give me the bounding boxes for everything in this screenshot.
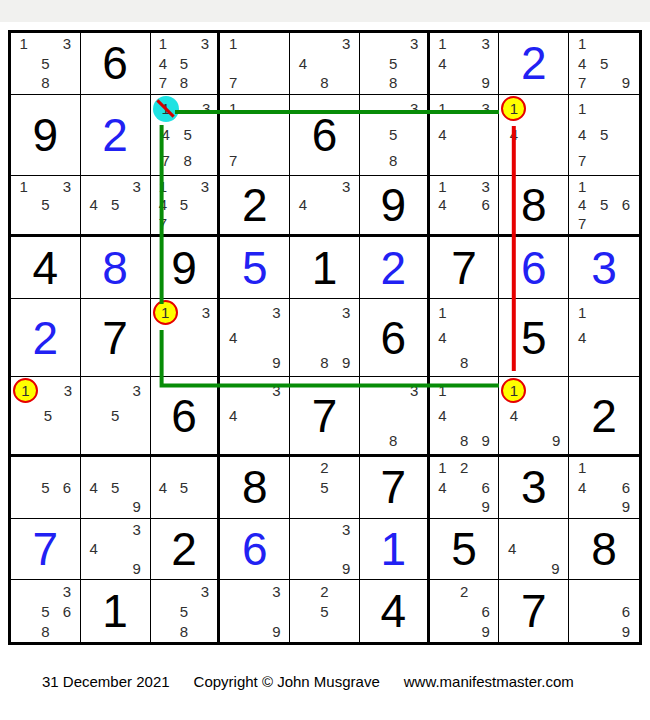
cell-r5c4[interactable]: 349 (220, 299, 290, 377)
cell-r7c8[interactable]: 3 (499, 457, 569, 519)
candidate-5: 5 (314, 478, 336, 498)
candidate-4: 4 (501, 122, 526, 148)
candidate-8: 8 (314, 73, 336, 93)
candidate-1: 1 (153, 34, 174, 54)
cell-r5c8[interactable]: 5 (499, 299, 569, 377)
candidate-9: 9 (546, 428, 566, 453)
candidate-5: 5 (104, 196, 126, 215)
candidate-grid: 34 (290, 176, 359, 235)
candidate-grid: 25 (290, 580, 359, 642)
candidate-grid: 1489 (430, 377, 499, 454)
candidate-1: 1 (432, 177, 454, 196)
given-digit: 9 (380, 182, 406, 228)
candidate-3: 3 (194, 581, 215, 601)
candidate-5: 5 (38, 403, 58, 428)
candidate-grid: 389 (290, 299, 359, 376)
cell-r6c6[interactable]: 38 (360, 377, 430, 457)
candidate-1: 1 (432, 34, 454, 54)
candidate-5: 5 (35, 196, 57, 215)
candidate-4: 4 (222, 403, 244, 428)
cell-r3c3[interactable]: 13457 (151, 176, 221, 238)
footer-date: 31 December 2021 (42, 673, 170, 690)
candidate-3: 3 (194, 34, 215, 54)
cell-r3c9[interactable]: 14567 (569, 176, 639, 238)
cell-r5c6[interactable]: 6 (360, 299, 430, 377)
candidate-9: 9 (335, 559, 357, 579)
candidate-7: 7 (153, 214, 174, 233)
candidate-1: 1 (153, 177, 174, 196)
cell-r1c8[interactable]: 2 (499, 33, 569, 95)
cell-r6c9[interactable]: 2 (569, 377, 639, 457)
cell-r4c4[interactable]: 5 (220, 237, 290, 299)
cell-r5c7[interactable]: 148 (430, 299, 500, 377)
candidate-6: 6 (475, 601, 497, 621)
cell-r7c5[interactable]: 25 (290, 457, 360, 519)
given-digit: 2 (242, 182, 268, 228)
candidate-1: 1 (571, 300, 593, 325)
candidate-7: 7 (571, 73, 593, 93)
candidate-grid: 56 (11, 457, 80, 518)
given-digit: 7 (312, 393, 338, 439)
candidate-grid: 1358 (11, 33, 80, 94)
candidate-grid: 35 (81, 377, 150, 454)
cell-r7c7[interactable]: 12469 (430, 457, 500, 519)
given-digit: 8 (242, 464, 268, 510)
candidate-9: 9 (615, 621, 637, 641)
candidate-4: 4 (153, 196, 174, 215)
candidate-grid: 13 (151, 299, 218, 376)
candidate-grid: 134 (430, 95, 499, 175)
candidate-grid: 358 (151, 580, 218, 642)
candidate-grid: 39 (220, 580, 289, 642)
candidate-3: 3 (266, 300, 288, 325)
solved-digit: 3 (591, 245, 617, 291)
candidate-8: 8 (35, 73, 57, 93)
candidate-4: 4 (571, 325, 593, 350)
candidate-grid: 3568 (11, 580, 80, 642)
cell-r4c7[interactable]: 7 (430, 237, 500, 299)
given-digit: 9 (171, 245, 197, 291)
candidate-6: 6 (615, 478, 637, 498)
cell-r9c7[interactable]: 269 (430, 580, 500, 642)
candidate-4: 4 (222, 325, 244, 350)
candidate-4: 4 (83, 478, 105, 498)
cell-r7c4[interactable]: 8 (220, 457, 290, 519)
candidate-3: 3 (335, 177, 357, 196)
solved-digit: 1 (380, 526, 406, 572)
candidate-8: 8 (314, 350, 336, 375)
given-digit: 7 (451, 245, 477, 291)
candidate-4: 4 (432, 403, 454, 428)
given-digit: 2 (171, 526, 197, 572)
candidate-4: 4 (153, 54, 174, 74)
candidate-1: 1 (13, 34, 35, 54)
candidate-8: 8 (173, 621, 194, 641)
cell-r5c9[interactable]: 14 (569, 299, 639, 377)
candidate-8: 8 (179, 148, 197, 174)
given-digit: 1 (102, 588, 128, 634)
candidate-grid: 1457 (569, 95, 639, 175)
candidate-3: 3 (475, 177, 497, 196)
candidate-4: 4 (432, 478, 454, 498)
solved-digit: 7 (33, 526, 59, 572)
candidate-1: 1 (571, 96, 593, 122)
candidate-9: 9 (475, 428, 497, 453)
chain-node-candidate-1: 1 (501, 378, 526, 403)
solved-digit: 2 (102, 112, 128, 158)
cell-r1c5[interactable]: 348 (290, 33, 360, 95)
candidate-3: 3 (404, 378, 425, 403)
cell-r9c5[interactable]: 25 (290, 580, 360, 642)
candidate-8: 8 (453, 428, 475, 453)
candidate-1: 1 (571, 34, 593, 54)
cell-r1c9[interactable]: 14579 (569, 33, 639, 95)
candidate-5: 5 (173, 54, 194, 74)
footer-copyright: Copyright © John Musgrave (194, 673, 380, 690)
cell-r3c8[interactable]: 8 (499, 176, 569, 238)
candidate-6: 6 (56, 478, 78, 498)
candidate-grid: 25 (290, 457, 359, 518)
candidate-9: 9 (475, 73, 497, 93)
cell-r2c1[interactable]: 9 (11, 95, 81, 176)
candidate-grid: 345 (81, 176, 150, 235)
candidate-grid: 269 (430, 580, 499, 642)
candidate-grid: 13457 (151, 176, 218, 235)
candidate-9: 9 (335, 350, 357, 375)
cell-r2c9[interactable]: 1457 (569, 95, 639, 176)
given-digit: 5 (451, 526, 477, 572)
solved-digit: 2 (521, 40, 547, 86)
cell-r8c1[interactable]: 7 (11, 519, 81, 581)
cell-r6c4[interactable]: 34 (220, 377, 290, 457)
cell-r1c3[interactable]: 134578 (151, 33, 221, 95)
candidate-3: 3 (56, 177, 78, 196)
cell-r8c6[interactable]: 1 (360, 519, 430, 581)
candidate-grid: 17 (220, 33, 289, 94)
candidate-4: 4 (153, 478, 174, 498)
candidate-grid: 358 (360, 95, 427, 175)
cell-r4c8[interactable]: 6 (499, 237, 569, 299)
candidate-grid: 134578 (151, 33, 218, 94)
cell-r2c7[interactable]: 134 (430, 95, 500, 176)
candidate-4: 4 (501, 539, 523, 559)
given-digit: 6 (380, 315, 406, 361)
cell-r7c1[interactable]: 56 (11, 457, 81, 519)
candidate-5: 5 (104, 478, 126, 498)
cell-r7c3[interactable]: 45 (151, 457, 221, 519)
cell-r1c6[interactable]: 358 (360, 33, 430, 95)
cell-r3c7[interactable]: 1346 (430, 176, 500, 238)
candidate-2: 2 (453, 581, 475, 601)
candidate-3: 3 (126, 177, 148, 196)
candidate-grid: 1346 (430, 176, 499, 235)
candidate-5: 5 (383, 54, 404, 74)
candidate-5: 5 (593, 54, 615, 74)
candidate-3: 3 (335, 300, 357, 325)
cell-r4c3[interactable]: 9 (151, 237, 221, 299)
cell-r3c2[interactable]: 345 (81, 176, 151, 238)
candidate-grid: 134578 (151, 95, 218, 175)
candidate-4: 4 (292, 196, 314, 215)
candidate-4: 4 (432, 325, 454, 350)
candidate-4: 4 (501, 403, 526, 428)
candidate-9: 9 (475, 621, 497, 641)
cell-r9c4[interactable]: 39 (220, 580, 290, 642)
sudoku-board: 1358613457817348358134921457992134578176… (8, 30, 642, 645)
given-digit: 1 (312, 245, 338, 291)
candidate-grid: 38 (360, 377, 427, 454)
cell-r8c5[interactable]: 39 (290, 519, 360, 581)
candidate-9: 9 (545, 559, 567, 579)
cell-r8c4[interactable]: 6 (220, 519, 290, 581)
cell-r8c2[interactable]: 349 (81, 519, 151, 581)
cell-r3c6[interactable]: 9 (360, 176, 430, 238)
chain-node-candidate-1: 1 (153, 300, 178, 325)
candidate-grid: 14579 (569, 33, 639, 94)
candidate-8: 8 (173, 73, 194, 93)
cell-r8c8[interactable]: 49 (499, 519, 569, 581)
candidate-3: 3 (58, 378, 78, 403)
cell-r2c6[interactable]: 358 (360, 95, 430, 176)
given-digit: 7 (380, 464, 406, 510)
cell-r3c5[interactable]: 34 (290, 176, 360, 238)
candidate-9: 9 (615, 73, 637, 93)
cell-r8c9[interactable]: 8 (569, 519, 639, 581)
candidate-1: 1 (222, 34, 244, 54)
candidate-7: 7 (222, 148, 244, 174)
candidate-grid: 12469 (430, 457, 499, 518)
candidate-9: 9 (266, 621, 288, 641)
candidate-grid: 149 (499, 377, 568, 454)
solved-digit: 6 (521, 245, 547, 291)
chain-node-candidate-1: 1 (13, 378, 38, 403)
cell-r1c2[interactable]: 6 (81, 33, 151, 95)
solved-digit: 2 (380, 245, 406, 291)
candidate-5: 5 (179, 122, 197, 148)
candidate-8: 8 (383, 73, 404, 93)
cell-r3c1[interactable]: 135 (11, 176, 81, 238)
candidate-3: 3 (475, 96, 497, 122)
candidate-1: 1 (432, 378, 454, 403)
candidate-3: 3 (475, 34, 497, 54)
candidate-grid: 148 (430, 299, 499, 376)
given-digit: 4 (380, 588, 406, 634)
candidate-1: 1 (571, 458, 593, 478)
given-digit: 4 (33, 245, 59, 291)
cell-r7c6[interactable]: 7 (360, 457, 430, 519)
candidate-5: 5 (383, 122, 404, 148)
cell-r4c6[interactable]: 2 (360, 237, 430, 299)
candidate-7: 7 (222, 73, 244, 93)
candidate-3: 3 (266, 581, 288, 601)
given-digit: 7 (102, 315, 128, 361)
solved-digit: 8 (102, 245, 128, 291)
cell-r6c5[interactable]: 7 (290, 377, 360, 457)
candidate-3: 3 (404, 96, 425, 122)
given-digit: 5 (521, 315, 547, 361)
candidate-6: 6 (615, 196, 637, 215)
candidate-5: 5 (314, 601, 336, 621)
cell-r4c2[interactable]: 8 (81, 237, 151, 299)
candidate-1: 1 (432, 96, 454, 122)
chain-node-candidate-1: 1 (501, 96, 526, 121)
candidate-5: 5 (35, 478, 57, 498)
candidate-8: 8 (383, 148, 404, 174)
candidate-1: 1 (571, 177, 593, 196)
cell-r9c2[interactable]: 1 (81, 580, 151, 642)
candidate-8: 8 (383, 428, 404, 453)
given-digit: 9 (33, 112, 59, 158)
candidate-grid: 69 (569, 580, 639, 642)
candidate-7: 7 (153, 73, 174, 93)
candidate-grid: 14 (569, 299, 639, 376)
cell-r7c2[interactable]: 459 (81, 457, 151, 519)
candidate-4: 4 (571, 196, 593, 215)
candidate-grid: 349 (81, 519, 150, 580)
candidate-grid: 17 (220, 95, 289, 175)
cell-r9c3[interactable]: 358 (151, 580, 221, 642)
solved-digit: 6 (242, 526, 268, 572)
cell-r6c1[interactable]: 135 (11, 377, 81, 457)
candidate-grid: 14567 (569, 176, 639, 235)
candidate-4: 4 (571, 122, 593, 148)
cell-r5c3[interactable]: 13 (151, 299, 221, 377)
candidate-grid: 49 (499, 519, 568, 580)
cell-r2c2[interactable]: 2 (81, 95, 151, 176)
cell-r8c7[interactable]: 5 (430, 519, 500, 581)
cell-r5c2[interactable]: 7 (81, 299, 151, 377)
candidate-3: 3 (266, 378, 288, 403)
candidate-5: 5 (173, 196, 194, 215)
candidate-grid: 14 (499, 95, 568, 175)
candidate-4: 4 (83, 196, 105, 215)
cell-r2c8[interactable]: 14 (499, 95, 569, 176)
candidate-6: 6 (615, 601, 637, 621)
given-digit: 2 (591, 393, 617, 439)
candidate-4: 4 (83, 539, 105, 559)
cell-r4c9[interactable]: 3 (569, 237, 639, 299)
candidate-3: 3 (194, 177, 215, 196)
candidate-3: 3 (197, 96, 215, 122)
cell-r6c2[interactable]: 35 (81, 377, 151, 457)
given-digit: 6 (312, 112, 338, 158)
candidate-5: 5 (35, 601, 57, 621)
candidate-4: 4 (432, 196, 454, 215)
candidate-5: 5 (104, 403, 126, 428)
candidate-grid: 135 (11, 377, 80, 454)
cell-r5c1[interactable]: 2 (11, 299, 81, 377)
window-top-bar (0, 0, 650, 22)
cell-r2c3[interactable]: 134578 (151, 95, 221, 176)
candidate-9: 9 (475, 497, 497, 517)
candidate-2: 2 (314, 458, 336, 478)
candidate-3: 3 (56, 581, 78, 601)
candidate-5: 5 (35, 54, 57, 74)
candidate-1: 1 (432, 300, 454, 325)
candidate-4: 4 (432, 122, 454, 148)
candidate-5: 5 (593, 196, 615, 215)
candidate-grid: 39 (290, 519, 359, 580)
candidate-grid: 459 (81, 457, 150, 518)
cell-r1c1[interactable]: 1358 (11, 33, 81, 95)
candidate-3: 3 (196, 300, 215, 325)
candidate-9: 9 (126, 559, 148, 579)
solved-digit: 5 (242, 245, 268, 291)
candidate-3: 3 (335, 520, 357, 540)
given-digit: 6 (102, 40, 128, 86)
candidate-1: 1 (222, 96, 244, 122)
candidate-4: 4 (153, 122, 179, 148)
footer: 31 December 2021 Copyright © John Musgra… (42, 671, 574, 691)
candidate-7: 7 (153, 148, 179, 174)
cell-r9c6[interactable]: 4 (360, 580, 430, 642)
candidate-3: 3 (126, 378, 148, 403)
cell-r1c7[interactable]: 1349 (430, 33, 500, 95)
candidate-grid: 1469 (569, 457, 639, 518)
given-digit: 7 (521, 588, 547, 634)
candidate-grid: 34 (220, 377, 289, 454)
candidate-7: 7 (571, 214, 593, 233)
candidate-grid: 349 (220, 299, 289, 376)
footer-website-link[interactable]: www.manifestmaster.com (404, 673, 574, 690)
given-digit: 8 (591, 526, 617, 572)
given-digit: 8 (521, 182, 547, 228)
candidate-6: 6 (56, 601, 78, 621)
cell-r6c3[interactable]: 6 (151, 377, 221, 457)
candidate-3: 3 (335, 34, 357, 54)
candidate-7: 7 (571, 148, 593, 174)
cell-r9c1[interactable]: 3568 (11, 580, 81, 642)
cell-r5c5[interactable]: 389 (290, 299, 360, 377)
chain-node-candidate-1: 1 (153, 96, 179, 122)
candidate-5: 5 (173, 478, 194, 498)
cell-r9c8[interactable]: 7 (499, 580, 569, 642)
cell-r4c1[interactable]: 4 (11, 237, 81, 299)
candidate-grid: 1349 (430, 33, 499, 94)
cell-r9c9[interactable]: 69 (569, 580, 639, 642)
candidate-6: 6 (475, 196, 497, 215)
cell-r8c3[interactable]: 2 (151, 519, 221, 581)
candidate-4: 4 (432, 54, 454, 74)
candidate-8: 8 (35, 621, 57, 641)
candidate-6: 6 (475, 478, 497, 498)
given-digit: 3 (521, 464, 547, 510)
cell-r1c4[interactable]: 17 (220, 33, 290, 95)
cell-r6c8[interactable]: 149 (499, 377, 569, 457)
candidate-3: 3 (56, 34, 78, 54)
candidate-3: 3 (126, 520, 148, 540)
cell-r6c7[interactable]: 1489 (430, 377, 500, 457)
candidate-9: 9 (615, 497, 637, 517)
solved-digit: 2 (33, 315, 59, 361)
candidate-3: 3 (404, 34, 425, 54)
candidate-1: 1 (13, 177, 35, 196)
cell-r7c9[interactable]: 1469 (569, 457, 639, 519)
candidate-5: 5 (593, 122, 615, 148)
cell-r4c5[interactable]: 1 (290, 237, 360, 299)
candidate-2: 2 (314, 581, 336, 601)
given-digit: 6 (171, 393, 197, 439)
cell-r3c4[interactable]: 2 (220, 176, 290, 238)
candidate-4: 4 (571, 478, 593, 498)
candidate-grid: 45 (151, 457, 218, 518)
candidate-1: 1 (432, 458, 454, 478)
candidate-grid: 358 (360, 33, 427, 94)
candidate-grid: 348 (290, 33, 359, 94)
cell-r2c4[interactable]: 17 (220, 95, 290, 176)
candidate-9: 9 (126, 497, 148, 517)
cell-r2c5[interactable]: 6 (290, 95, 360, 176)
